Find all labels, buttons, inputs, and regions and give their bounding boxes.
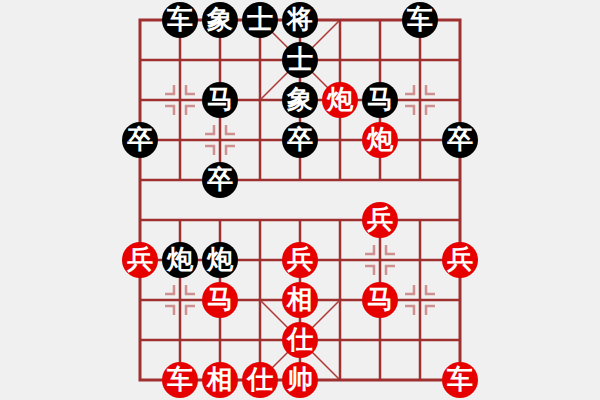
piece-black-soldier[interactable]: 卒 — [122, 122, 158, 158]
piece-red-general[interactable]: 帅 — [282, 362, 318, 398]
piece-black-soldier[interactable]: 卒 — [282, 122, 318, 158]
piece-red-advisor[interactable]: 仕 — [242, 362, 278, 398]
piece-red-advisor[interactable]: 仕 — [282, 322, 318, 358]
piece-red-soldier[interactable]: 兵 — [282, 242, 318, 278]
piece-red-soldier[interactable]: 兵 — [122, 242, 158, 278]
piece-red-cannon[interactable]: 炮 — [362, 122, 398, 158]
piece-red-elephant[interactable]: 相 — [202, 362, 238, 398]
piece-red-elephant[interactable]: 相 — [282, 282, 318, 318]
piece-black-elephant[interactable]: 象 — [282, 82, 318, 118]
piece-red-horse[interactable]: 马 — [362, 282, 398, 318]
piece-black-chariot[interactable]: 车 — [402, 2, 438, 38]
piece-black-cannon[interactable]: 炮 — [202, 242, 238, 278]
piece-black-advisor[interactable]: 士 — [242, 2, 278, 38]
piece-black-chariot[interactable]: 车 — [162, 2, 198, 38]
app-background: 车象士将车士马象炮马卒卒炮卒卒兵兵炮炮兵兵马相马仕车相仕帅车 — [0, 0, 600, 400]
piece-black-soldier[interactable]: 卒 — [202, 162, 238, 198]
piece-red-horse[interactable]: 马 — [202, 282, 238, 318]
piece-black-elephant[interactable]: 象 — [202, 2, 238, 38]
piece-red-soldier[interactable]: 兵 — [442, 242, 478, 278]
piece-black-horse[interactable]: 马 — [202, 82, 238, 118]
piece-red-chariot[interactable]: 车 — [442, 362, 478, 398]
piece-black-cannon[interactable]: 炮 — [162, 242, 198, 278]
piece-black-advisor[interactable]: 士 — [282, 42, 318, 78]
piece-black-general[interactable]: 将 — [282, 2, 318, 38]
piece-red-chariot[interactable]: 车 — [162, 362, 198, 398]
piece-red-cannon[interactable]: 炮 — [322, 82, 358, 118]
piece-black-horse[interactable]: 马 — [362, 82, 398, 118]
piece-black-soldier[interactable]: 卒 — [442, 122, 478, 158]
xiangqi-board[interactable]: 车象士将车士马象炮马卒卒炮卒卒兵兵炮炮兵兵马相马仕车相仕帅车 — [120, 0, 480, 400]
piece-red-soldier[interactable]: 兵 — [362, 202, 398, 238]
